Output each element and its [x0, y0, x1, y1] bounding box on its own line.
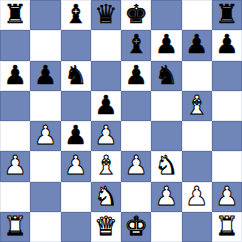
square-h8[interactable]: ♜	[212, 0, 242, 30]
piece-black-pawn[interactable]: ♟	[64, 122, 87, 148]
piece-white-knight[interactable]: ♞	[94, 183, 117, 209]
piece-white-queen[interactable]: ♛	[94, 213, 117, 239]
square-f6[interactable]: ♞	[151, 61, 181, 91]
square-e7[interactable]: ♝	[121, 30, 151, 60]
piece-white-pawn[interactable]: ♟	[155, 183, 178, 209]
square-e3[interactable]: ♟	[121, 151, 151, 181]
piece-white-pawn[interactable]: ♟	[94, 122, 117, 148]
piece-white-pawn[interactable]: ♟	[64, 152, 87, 178]
square-g5[interactable]: ♝	[182, 91, 212, 121]
piece-black-pawn[interactable]: ♟	[34, 62, 57, 88]
piece-black-pawn[interactable]: ♟	[185, 31, 208, 57]
square-h4[interactable]	[212, 121, 242, 151]
piece-black-pawn[interactable]: ♟	[3, 62, 26, 88]
piece-white-pawn[interactable]: ♟	[3, 152, 26, 178]
square-f7[interactable]: ♟	[151, 30, 181, 60]
square-a2[interactable]	[0, 182, 30, 212]
chess-board: ♜♝♛♚♜♝♟♟♟♟♟♞♟♞♟♝♟♟♟♟♟♝♟♞♞♟♟♟♜♛♚♜	[0, 0, 242, 242]
piece-white-king[interactable]: ♚	[124, 213, 147, 239]
square-a3[interactable]: ♟	[0, 151, 30, 181]
square-c6[interactable]: ♞	[61, 61, 91, 91]
square-d5[interactable]: ♟	[91, 91, 121, 121]
piece-black-knight[interactable]: ♞	[64, 62, 87, 88]
square-c1[interactable]	[61, 212, 91, 242]
square-e4[interactable]	[121, 121, 151, 151]
square-d1[interactable]: ♛	[91, 212, 121, 242]
square-b4[interactable]: ♟	[30, 121, 60, 151]
square-c7[interactable]	[61, 30, 91, 60]
square-f4[interactable]	[151, 121, 181, 151]
square-h3[interactable]	[212, 151, 242, 181]
square-d6[interactable]	[91, 61, 121, 91]
square-a4[interactable]	[0, 121, 30, 151]
square-b2[interactable]	[30, 182, 60, 212]
piece-white-rook[interactable]: ♜	[215, 213, 238, 239]
square-b1[interactable]	[30, 212, 60, 242]
square-g2[interactable]: ♟	[182, 182, 212, 212]
square-d8[interactable]: ♛	[91, 0, 121, 30]
square-h1[interactable]: ♜	[212, 212, 242, 242]
square-d4[interactable]: ♟	[91, 121, 121, 151]
square-f5[interactable]	[151, 91, 181, 121]
square-d7[interactable]	[91, 30, 121, 60]
square-f3[interactable]: ♞	[151, 151, 181, 181]
square-e6[interactable]: ♟	[121, 61, 151, 91]
square-f2[interactable]: ♟	[151, 182, 181, 212]
square-b5[interactable]	[30, 91, 60, 121]
square-g4[interactable]	[182, 121, 212, 151]
piece-white-rook[interactable]: ♜	[3, 213, 26, 239]
piece-black-king[interactable]: ♚	[124, 1, 147, 27]
piece-black-pawn[interactable]: ♟	[94, 92, 117, 118]
square-g3[interactable]	[182, 151, 212, 181]
piece-black-knight[interactable]: ♞	[155, 62, 178, 88]
square-c4[interactable]: ♟	[61, 121, 91, 151]
square-a5[interactable]	[0, 91, 30, 121]
square-a7[interactable]	[0, 30, 30, 60]
square-g7[interactable]: ♟	[182, 30, 212, 60]
square-a6[interactable]: ♟	[0, 61, 30, 91]
square-g1[interactable]	[182, 212, 212, 242]
square-h6[interactable]	[212, 61, 242, 91]
piece-white-bishop[interactable]: ♝	[185, 92, 208, 118]
piece-white-bishop[interactable]: ♝	[94, 152, 117, 178]
square-h5[interactable]	[212, 91, 242, 121]
square-b8[interactable]	[30, 0, 60, 30]
square-e1[interactable]: ♚	[121, 212, 151, 242]
piece-black-rook[interactable]: ♜	[3, 1, 26, 27]
square-b6[interactable]: ♟	[30, 61, 60, 91]
piece-white-pawn[interactable]: ♟	[124, 152, 147, 178]
piece-black-queen[interactable]: ♛	[94, 1, 117, 27]
piece-black-pawn[interactable]: ♟	[215, 31, 238, 57]
square-d3[interactable]: ♝	[91, 151, 121, 181]
square-e2[interactable]	[121, 182, 151, 212]
square-b3[interactable]	[30, 151, 60, 181]
square-h2[interactable]: ♟	[212, 182, 242, 212]
square-a8[interactable]: ♜	[0, 0, 30, 30]
piece-black-bishop[interactable]: ♝	[64, 1, 87, 27]
square-c2[interactable]	[61, 182, 91, 212]
piece-white-pawn[interactable]: ♟	[185, 183, 208, 209]
piece-black-pawn[interactable]: ♟	[124, 62, 147, 88]
square-d2[interactable]: ♞	[91, 182, 121, 212]
square-h7[interactable]: ♟	[212, 30, 242, 60]
piece-black-pawn[interactable]: ♟	[155, 31, 178, 57]
square-c8[interactable]: ♝	[61, 0, 91, 30]
square-f1[interactable]	[151, 212, 181, 242]
square-g8[interactable]	[182, 0, 212, 30]
piece-white-pawn[interactable]: ♟	[34, 122, 57, 148]
square-e5[interactable]	[121, 91, 151, 121]
piece-black-bishop[interactable]: ♝	[124, 31, 147, 57]
square-g6[interactable]	[182, 61, 212, 91]
square-e8[interactable]: ♚	[121, 0, 151, 30]
square-c3[interactable]: ♟	[61, 151, 91, 181]
piece-white-knight[interactable]: ♞	[155, 152, 178, 178]
piece-white-pawn[interactable]: ♟	[215, 183, 238, 209]
square-f8[interactable]	[151, 0, 181, 30]
piece-black-rook[interactable]: ♜	[215, 1, 238, 27]
square-b7[interactable]	[30, 30, 60, 60]
square-c5[interactable]	[61, 91, 91, 121]
square-a1[interactable]: ♜	[0, 212, 30, 242]
